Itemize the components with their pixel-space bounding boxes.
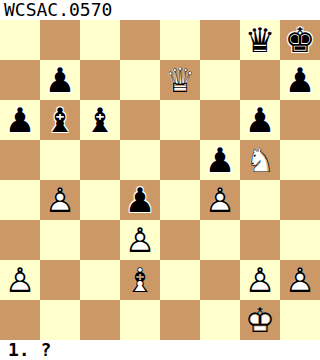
square-d4[interactable]: ♟ (120, 180, 160, 220)
white-pawn-piece: ♙ (200, 180, 240, 220)
square-c1[interactable] (80, 300, 120, 340)
square-b7[interactable]: ♟ (40, 60, 80, 100)
black-pawn-piece: ♟ (200, 140, 240, 180)
square-g6[interactable]: ♟ (240, 100, 280, 140)
board: ♛♚♟♕♟♟♝♝♟♟♘♙♟♙♙♙♗♙♙♔ (0, 20, 320, 340)
square-h3[interactable] (280, 220, 320, 260)
white-pawn-piece: ♙ (120, 220, 160, 260)
square-a6[interactable]: ♟ (0, 100, 40, 140)
square-e6[interactable] (160, 100, 200, 140)
white-pawn-piece: ♙ (240, 260, 280, 300)
square-h5[interactable] (280, 140, 320, 180)
square-d8[interactable] (120, 20, 160, 60)
black-king-piece: ♚ (280, 20, 320, 60)
square-g5[interactable]: ♘ (240, 140, 280, 180)
black-pawn-piece: ♟ (0, 100, 40, 140)
square-a1[interactable] (0, 300, 40, 340)
square-e3[interactable] (160, 220, 200, 260)
square-g7[interactable] (240, 60, 280, 100)
square-a5[interactable] (0, 140, 40, 180)
square-h8[interactable]: ♚ (280, 20, 320, 60)
square-c2[interactable] (80, 260, 120, 300)
square-d7[interactable] (120, 60, 160, 100)
square-h6[interactable] (280, 100, 320, 140)
black-pawn-piece: ♟ (280, 60, 320, 100)
move-prompt: 1. ? (0, 340, 320, 360)
square-d3[interactable]: ♙ (120, 220, 160, 260)
square-f5[interactable]: ♟ (200, 140, 240, 180)
square-d5[interactable] (120, 140, 160, 180)
diagram-title: WCSAC.0570 (0, 0, 320, 20)
black-pawn-piece: ♟ (240, 100, 280, 140)
square-a3[interactable] (0, 220, 40, 260)
square-b3[interactable] (40, 220, 80, 260)
square-b2[interactable] (40, 260, 80, 300)
square-a7[interactable] (0, 60, 40, 100)
square-f6[interactable] (200, 100, 240, 140)
white-queen-piece: ♕ (160, 60, 200, 100)
square-a4[interactable] (0, 180, 40, 220)
white-bishop-piece: ♗ (120, 260, 160, 300)
square-a2[interactable]: ♙ (0, 260, 40, 300)
square-d6[interactable] (120, 100, 160, 140)
square-g8[interactable]: ♛ (240, 20, 280, 60)
square-c8[interactable] (80, 20, 120, 60)
white-pawn-piece: ♙ (0, 260, 40, 300)
square-g2[interactable]: ♙ (240, 260, 280, 300)
square-d2[interactable]: ♗ (120, 260, 160, 300)
square-b8[interactable] (40, 20, 80, 60)
square-h7[interactable]: ♟ (280, 60, 320, 100)
square-b6[interactable]: ♝ (40, 100, 80, 140)
square-f4[interactable]: ♙ (200, 180, 240, 220)
square-a8[interactable] (0, 20, 40, 60)
square-c4[interactable] (80, 180, 120, 220)
square-c3[interactable] (80, 220, 120, 260)
white-knight-piece: ♘ (240, 140, 280, 180)
square-f3[interactable] (200, 220, 240, 260)
square-e2[interactable] (160, 260, 200, 300)
white-pawn-piece: ♙ (40, 180, 80, 220)
square-b4[interactable]: ♙ (40, 180, 80, 220)
square-h1[interactable] (280, 300, 320, 340)
square-c6[interactable]: ♝ (80, 100, 120, 140)
white-pawn-piece: ♙ (280, 260, 320, 300)
square-h2[interactable]: ♙ (280, 260, 320, 300)
square-e1[interactable] (160, 300, 200, 340)
white-king-piece: ♔ (240, 300, 280, 340)
black-queen-piece: ♛ (240, 20, 280, 60)
square-f1[interactable] (200, 300, 240, 340)
square-h4[interactable] (280, 180, 320, 220)
square-e7[interactable]: ♕ (160, 60, 200, 100)
black-bishop-piece: ♝ (80, 100, 120, 140)
square-d1[interactable] (120, 300, 160, 340)
square-b1[interactable] (40, 300, 80, 340)
black-pawn-piece: ♟ (120, 180, 160, 220)
square-e8[interactable] (160, 20, 200, 60)
square-f2[interactable] (200, 260, 240, 300)
black-pawn-piece: ♟ (40, 60, 80, 100)
square-g4[interactable] (240, 180, 280, 220)
black-bishop-piece: ♝ (40, 100, 80, 140)
square-e4[interactable] (160, 180, 200, 220)
square-f7[interactable] (200, 60, 240, 100)
square-b5[interactable] (40, 140, 80, 180)
square-g1[interactable]: ♔ (240, 300, 280, 340)
square-g3[interactable] (240, 220, 280, 260)
square-f8[interactable] (200, 20, 240, 60)
square-e5[interactable] (160, 140, 200, 180)
square-c7[interactable] (80, 60, 120, 100)
square-c5[interactable] (80, 140, 120, 180)
